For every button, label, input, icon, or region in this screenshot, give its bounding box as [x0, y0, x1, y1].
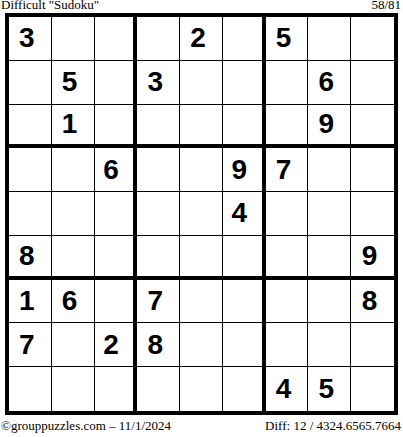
empty-cell-counter: 58/81 [371, 0, 401, 12]
page-title: Difficult "Sudoku" [1, 0, 99, 12]
given-digit: 2 [190, 24, 206, 52]
given-digit: 7 [276, 156, 292, 184]
cell-r7c5[interactable] [180, 280, 223, 324]
cell-r4c2[interactable] [52, 148, 95, 192]
cell-r2c9[interactable] [351, 61, 394, 105]
cell-r2c8: 6 [308, 61, 351, 105]
cell-r1c5: 2 [180, 17, 223, 61]
cell-r6c6[interactable] [223, 236, 266, 280]
cell-r3c6[interactable] [223, 105, 266, 149]
cell-r1c9[interactable] [351, 17, 394, 61]
cell-r2c3[interactable] [95, 61, 138, 105]
cell-r7c4: 7 [137, 280, 180, 324]
cell-r5c2[interactable] [52, 192, 95, 236]
cell-r5c6: 4 [223, 192, 266, 236]
cell-r5c1[interactable] [9, 192, 52, 236]
given-digit: 2 [103, 331, 119, 359]
given-digit: 1 [19, 287, 35, 315]
cell-r4c6: 9 [223, 148, 266, 192]
cell-r5c3[interactable] [95, 192, 138, 236]
cell-r3c7[interactable] [266, 105, 309, 149]
sudoku-board: 32553619697489167872845 [5, 13, 398, 415]
given-digit: 8 [19, 242, 35, 270]
cell-r2c2: 5 [52, 61, 95, 105]
cell-r7c2: 6 [52, 280, 95, 324]
cell-r9c2[interactable] [52, 367, 95, 411]
cell-r1c3[interactable] [95, 17, 138, 61]
given-digit: 9 [231, 156, 247, 184]
cell-r1c6[interactable] [223, 17, 266, 61]
given-digit: 1 [62, 110, 78, 138]
cell-r3c5[interactable] [180, 105, 223, 149]
cell-r7c6[interactable] [223, 280, 266, 324]
cell-r5c7[interactable] [266, 192, 309, 236]
cell-r6c1: 8 [9, 236, 52, 280]
cell-r6c4[interactable] [137, 236, 180, 280]
given-digit: 3 [19, 24, 35, 52]
cell-r5c4[interactable] [137, 192, 180, 236]
cell-r9c8: 5 [308, 367, 351, 411]
cell-r8c1: 7 [9, 323, 52, 367]
cell-r2c4: 3 [137, 61, 180, 105]
given-digit: 7 [19, 331, 35, 359]
difficulty-text: Diff: 12 / 4324.6565.7664 [265, 418, 401, 433]
given-digit: 5 [62, 68, 78, 96]
cell-r2c7[interactable] [266, 61, 309, 105]
given-digit: 6 [319, 68, 335, 96]
cell-r1c8[interactable] [308, 17, 351, 61]
cell-r4c4[interactable] [137, 148, 180, 192]
cell-r9c6[interactable] [223, 367, 266, 411]
given-digit: 9 [319, 110, 335, 138]
cell-r6c2[interactable] [52, 236, 95, 280]
cell-r9c4[interactable] [137, 367, 180, 411]
cell-r9c3[interactable] [95, 367, 138, 411]
cell-r7c9: 8 [351, 280, 394, 324]
cell-r1c2[interactable] [52, 17, 95, 61]
given-digit: 6 [103, 156, 119, 184]
cell-r8c2[interactable] [52, 323, 95, 367]
cell-r9c7: 4 [266, 367, 309, 411]
cell-r6c5[interactable] [180, 236, 223, 280]
cell-r8c3: 2 [95, 323, 138, 367]
cell-r4c1[interactable] [9, 148, 52, 192]
copyright-text: ©grouppuzzles.com – 11/1/2024 [1, 418, 171, 433]
cell-r5c9[interactable] [351, 192, 394, 236]
cell-r5c5[interactable] [180, 192, 223, 236]
cell-r6c3[interactable] [95, 236, 138, 280]
cell-r3c8: 9 [308, 105, 351, 149]
cell-r3c2: 1 [52, 105, 95, 149]
cell-r8c7[interactable] [266, 323, 309, 367]
given-digit: 4 [276, 375, 292, 403]
cell-r1c4[interactable] [137, 17, 180, 61]
cell-r7c7[interactable] [266, 280, 309, 324]
given-digit: 6 [62, 287, 78, 315]
cell-r4c8[interactable] [308, 148, 351, 192]
cell-r7c3[interactable] [95, 280, 138, 324]
given-digit: 8 [362, 287, 378, 315]
given-digit: 4 [231, 199, 247, 227]
cell-r9c9[interactable] [351, 367, 394, 411]
given-digit: 3 [147, 68, 163, 96]
cell-r4c5[interactable] [180, 148, 223, 192]
cell-r9c1[interactable] [9, 367, 52, 411]
cell-r8c8[interactable] [308, 323, 351, 367]
cell-r2c5[interactable] [180, 61, 223, 105]
cell-r6c8[interactable] [308, 236, 351, 280]
cell-r5c8[interactable] [308, 192, 351, 236]
cell-r7c1: 1 [9, 280, 52, 324]
given-digit: 8 [147, 331, 163, 359]
cell-r6c9: 9 [351, 236, 394, 280]
cell-r4c3: 6 [95, 148, 138, 192]
cell-r8c5[interactable] [180, 323, 223, 367]
cell-r3c4[interactable] [137, 105, 180, 149]
cell-r8c4: 8 [137, 323, 180, 367]
given-digit: 5 [319, 375, 335, 403]
cell-r8c9[interactable] [351, 323, 394, 367]
cell-r9c5[interactable] [180, 367, 223, 411]
cell-r6c7[interactable] [266, 236, 309, 280]
cell-r1c1: 3 [9, 17, 52, 61]
cell-r1c7: 5 [266, 17, 309, 61]
cell-r8c6[interactable] [223, 323, 266, 367]
cell-r3c3[interactable] [95, 105, 138, 149]
cell-r4c9[interactable] [351, 148, 394, 192]
cell-r3c9[interactable] [351, 105, 394, 149]
cell-r2c1[interactable] [9, 61, 52, 105]
cell-r3c1[interactable] [9, 105, 52, 149]
given-digit: 9 [362, 242, 378, 270]
cell-r7c8[interactable] [308, 280, 351, 324]
given-digit: 5 [276, 24, 292, 52]
given-digit: 7 [147, 287, 163, 315]
cell-r2c6[interactable] [223, 61, 266, 105]
cell-r4c7: 7 [266, 148, 309, 192]
